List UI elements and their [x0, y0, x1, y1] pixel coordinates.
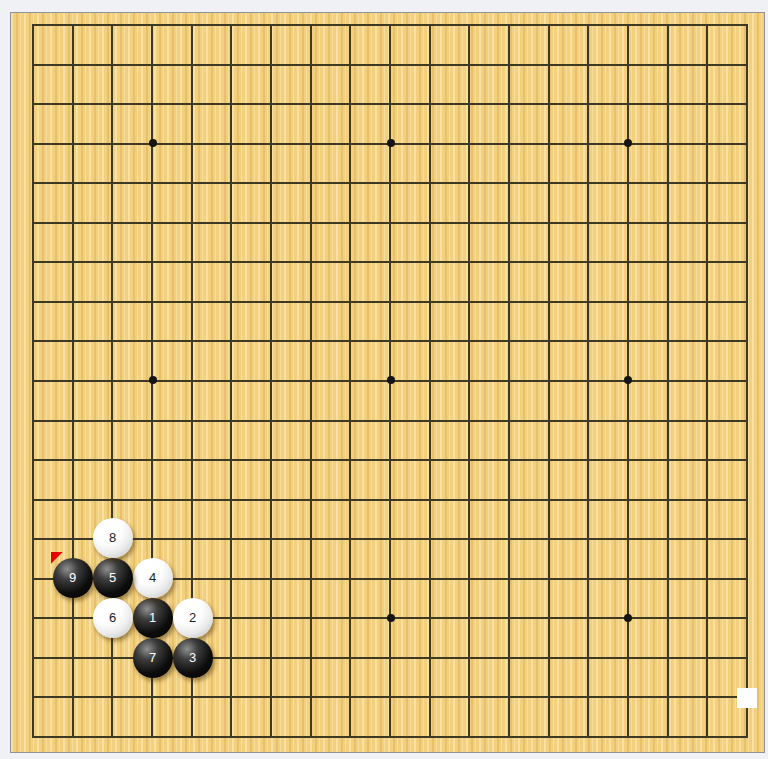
stone-white-4: 4 [133, 558, 173, 598]
stone-black-3: 3 [173, 638, 213, 678]
star-point [387, 614, 395, 622]
star-point [624, 614, 632, 622]
stone-white-8: 8 [93, 518, 133, 558]
move-number-label: 1 [149, 611, 156, 624]
star-point [387, 139, 395, 147]
stone-black-1: 1 [133, 598, 173, 638]
stone-white-2: 2 [173, 598, 213, 638]
move-number-label: 5 [109, 571, 116, 584]
white-square-marker [737, 688, 757, 708]
move-number-label: 9 [69, 571, 76, 584]
star-point [149, 139, 157, 147]
move-number-label: 8 [109, 531, 116, 544]
go-board-panel: 123456789 [10, 12, 765, 753]
stone-black-7: 7 [133, 638, 173, 678]
move-number-label: 7 [149, 651, 156, 664]
move-number-label: 2 [189, 611, 196, 624]
stone-white-6: 6 [93, 598, 133, 638]
star-point [624, 376, 632, 384]
move-number-label: 3 [189, 651, 196, 664]
star-point [149, 376, 157, 384]
goban-grid[interactable]: 123456789 [33, 25, 747, 737]
stone-black-9: 9 [53, 558, 93, 598]
star-point [624, 139, 632, 147]
move-number-label: 6 [109, 611, 116, 624]
stone-layer: 123456789 [13, 5, 767, 757]
star-point [387, 376, 395, 384]
move-number-label: 4 [149, 571, 156, 584]
stone-black-5: 5 [93, 558, 133, 598]
